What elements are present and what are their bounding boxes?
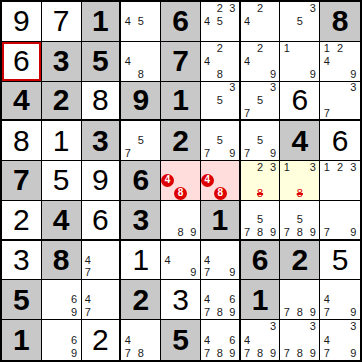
candidate-slot-9: 9 bbox=[306, 306, 319, 319]
candidate-digit: 9 bbox=[270, 227, 276, 238]
candidate-slot-3: 3 bbox=[306, 2, 319, 15]
candidate-digit: 4 bbox=[204, 255, 210, 266]
candidate-slot-2 bbox=[134, 121, 147, 134]
candidate-slot-6 bbox=[347, 94, 360, 107]
candidate-slot-6 bbox=[347, 55, 360, 68]
candidate-digit: 4 bbox=[244, 335, 250, 346]
candidate-slot-3 bbox=[147, 121, 160, 134]
candidate-slot-7 bbox=[280, 187, 293, 200]
given-digit: 6 bbox=[132, 165, 149, 195]
candidate-slot-5 bbox=[333, 333, 346, 346]
cell-r9c3[interactable]: 2 bbox=[82, 320, 122, 360]
cell-r8c9[interactable]: 479 bbox=[320, 280, 360, 320]
candidate-slot-4 bbox=[320, 174, 333, 187]
candidate-slot-6 bbox=[267, 174, 280, 187]
candidate-digit: 4 bbox=[204, 294, 210, 305]
candidate-slot-7: 7 bbox=[280, 306, 293, 319]
candidate-slot-8: 8 bbox=[214, 187, 227, 200]
candidate-slot-7: 7 bbox=[320, 107, 333, 120]
candidate-digit: 5 bbox=[297, 214, 303, 225]
candidate-slot-6 bbox=[187, 254, 200, 267]
cell-r5c2[interactable]: 5 bbox=[42, 161, 82, 201]
candidate-slot-5 bbox=[293, 55, 306, 68]
cell-r7c8[interactable]: 2 bbox=[280, 241, 320, 281]
candidate-slot-2 bbox=[134, 320, 147, 333]
candidate-slot-4 bbox=[42, 293, 55, 306]
candidate-slot-2: 2 bbox=[254, 42, 267, 55]
candidate-slot-6 bbox=[267, 94, 280, 107]
candidate-slot-9 bbox=[306, 28, 319, 41]
cell-r3c9[interactable]: 37 bbox=[320, 82, 360, 122]
solved-digit: 8 bbox=[92, 85, 109, 115]
candidate-slot-8 bbox=[55, 347, 68, 360]
candidate-slot-7 bbox=[201, 68, 214, 81]
cell-r6c2[interactable]: 4 bbox=[42, 201, 82, 241]
cell-r2c5[interactable]: 7 bbox=[161, 42, 201, 82]
candidate-digit: 1 bbox=[324, 43, 330, 54]
candidate-slot-1 bbox=[42, 280, 55, 293]
candidates: 79 bbox=[320, 201, 360, 239]
cell-r1c5[interactable]: 6 bbox=[161, 2, 201, 42]
cell-r2c3[interactable]: 5 bbox=[82, 42, 122, 82]
cell-r4c1[interactable]: 8 bbox=[2, 121, 42, 161]
candidate-slot-4: 4 bbox=[82, 254, 95, 267]
candidate-slot-3 bbox=[68, 280, 81, 293]
candidates: 138 bbox=[280, 161, 319, 200]
candidate-slot-8 bbox=[254, 28, 267, 41]
candidate-slot-8 bbox=[174, 267, 187, 280]
candidate-digit: 1 bbox=[284, 162, 290, 173]
given-digit: 3 bbox=[92, 126, 109, 156]
candidate-slot-9 bbox=[226, 68, 239, 81]
cell-r4c3[interactable]: 3 bbox=[82, 121, 122, 161]
given-digit: 8 bbox=[53, 245, 70, 275]
candidate-slot-7: 7 bbox=[201, 347, 214, 360]
cell-r4c8[interactable]: 4 bbox=[280, 121, 320, 161]
cell-r9c9[interactable]: 3479 bbox=[320, 320, 360, 360]
candidates: 45 bbox=[121, 2, 160, 41]
candidate-slot-3 bbox=[347, 280, 360, 293]
cell-r3c4[interactable]: 9 bbox=[121, 82, 161, 122]
candidate-slot-5 bbox=[213, 293, 226, 306]
cell-r8c8[interactable]: 789 bbox=[280, 280, 320, 320]
cell-r3c5[interactable]: 1 bbox=[161, 82, 201, 122]
candidate-slot-9: 9 bbox=[187, 226, 200, 239]
candidate-slot-9: 9 bbox=[187, 267, 200, 280]
candidate-slot-2 bbox=[55, 320, 68, 333]
candidate-digit: 4 bbox=[324, 294, 330, 305]
candidate-slot-4 bbox=[42, 333, 55, 346]
candidate-slot-9: 9 bbox=[347, 68, 360, 81]
candidate-slot-5 bbox=[293, 333, 306, 346]
cell-r1c6[interactable]: 2345 bbox=[201, 2, 241, 42]
candidate-slot-5: 5 bbox=[134, 15, 147, 28]
candidate-digit: 7 bbox=[244, 108, 250, 119]
cell-r9c5[interactable]: 5 bbox=[161, 320, 201, 360]
candidate-slot-4: 4 bbox=[320, 333, 333, 346]
candidate-digit: 5 bbox=[297, 16, 303, 27]
candidate-slot-9: 9 bbox=[226, 267, 239, 280]
cell-r1c9[interactable]: 8 bbox=[320, 2, 360, 42]
candidate-digit: 4 bbox=[85, 294, 91, 305]
candidate-slot-2 bbox=[213, 82, 226, 95]
cell-r1c3[interactable]: 1 bbox=[82, 2, 122, 42]
cell-r2c6[interactable]: 248 bbox=[201, 42, 241, 82]
candidate-slot-3 bbox=[107, 280, 120, 293]
candidate-slot-1 bbox=[280, 320, 293, 333]
candidate-slot-3: 3 bbox=[267, 320, 280, 333]
candidate-slot-2 bbox=[293, 2, 306, 15]
cell-r1c8[interactable]: 35 bbox=[280, 2, 320, 42]
given-digit: 6 bbox=[252, 245, 269, 275]
cell-r2c2[interactable]: 3 bbox=[42, 42, 82, 82]
candidate-slot-4 bbox=[241, 213, 254, 226]
candidate-digit: 6 bbox=[229, 294, 235, 305]
candidate-slot-1 bbox=[121, 42, 134, 55]
candidate-slot-9 bbox=[267, 28, 280, 41]
candidate-digit: 8 bbox=[138, 69, 144, 80]
cell-r9c1[interactable]: 1 bbox=[2, 320, 42, 360]
candidates: 579 bbox=[201, 121, 239, 160]
candidate-digit: 5 bbox=[257, 214, 263, 225]
candidate-slot-2 bbox=[134, 2, 147, 15]
candidate-digit: 7 bbox=[125, 148, 131, 159]
candidate-digit: 9 bbox=[71, 307, 77, 318]
cell-r8c1[interactable]: 5 bbox=[2, 280, 42, 320]
candidates: 357 bbox=[241, 82, 280, 120]
candidates: 5789 bbox=[241, 201, 280, 239]
given-digit: 8 bbox=[332, 6, 349, 36]
cell-r7c5[interactable]: 49 bbox=[161, 241, 201, 281]
candidate-slot-1 bbox=[201, 241, 214, 254]
cell-r9c4[interactable]: 478 bbox=[121, 320, 161, 360]
candidate-slot-6 bbox=[187, 213, 200, 226]
cell-r7c3[interactable]: 47 bbox=[82, 241, 122, 281]
candidate-slot-9: 9 bbox=[267, 226, 280, 239]
candidates: 48 bbox=[201, 161, 239, 200]
candidate-digit: 4 bbox=[165, 255, 171, 266]
candidate-slot-5 bbox=[94, 293, 107, 306]
candidate-slot-1 bbox=[201, 320, 214, 333]
candidate-digit: 6 bbox=[71, 335, 77, 346]
cell-r8c7[interactable]: 1 bbox=[241, 280, 281, 320]
given-digit: 5 bbox=[92, 46, 109, 76]
candidates: 19 bbox=[280, 42, 319, 81]
cell-r1c4[interactable]: 45 bbox=[121, 2, 161, 42]
candidate-slot-4 bbox=[280, 293, 293, 306]
cell-r7c9[interactable]: 5 bbox=[320, 241, 360, 281]
candidate-digit: 8 bbox=[297, 348, 303, 359]
candidate-slot-8: 8 bbox=[254, 187, 267, 200]
candidate-slot-8 bbox=[254, 147, 267, 160]
candidate-digit: 8 bbox=[217, 69, 223, 80]
candidate-slot-9 bbox=[226, 28, 239, 41]
candidate-slot-2 bbox=[94, 280, 107, 293]
candidates: 69 bbox=[42, 280, 81, 319]
candidate-slot-4: 4 bbox=[121, 333, 134, 346]
cell-r4c9[interactable]: 6 bbox=[320, 121, 360, 161]
cell-r1c1[interactable]: 9 bbox=[2, 2, 42, 42]
cell-r5c5[interactable]: 48 bbox=[161, 161, 201, 201]
candidate-slot-1 bbox=[201, 280, 214, 293]
candidate-slot-7 bbox=[121, 28, 134, 41]
solved-digit: 9 bbox=[92, 165, 109, 195]
candidate-slot-2: 2 bbox=[213, 42, 226, 55]
candidate-digit: 3 bbox=[350, 82, 356, 93]
candidate-slot-9: 9 bbox=[267, 347, 280, 360]
candidate-slot-1 bbox=[201, 121, 214, 134]
candidate-digit: 7 bbox=[244, 227, 250, 238]
cell-r3c7[interactable]: 357 bbox=[241, 82, 281, 122]
candidate-slot-9: 9 bbox=[306, 347, 319, 360]
given-digit: 2 bbox=[172, 126, 189, 156]
candidate-slot-2 bbox=[94, 241, 107, 254]
candidate-digit: 2 bbox=[337, 162, 343, 173]
cell-r4c5[interactable]: 2 bbox=[161, 121, 201, 161]
candidate-slot-3: 3 bbox=[347, 161, 360, 174]
solved-digit: 1 bbox=[53, 126, 70, 156]
cell-r3c1[interactable]: 4 bbox=[2, 82, 42, 122]
cell-r9c6[interactable]: 46789 bbox=[201, 320, 241, 360]
given-digit: 1 bbox=[92, 6, 109, 36]
candidate-slot-8 bbox=[55, 306, 68, 319]
candidate-slot-5: 5 bbox=[254, 134, 267, 147]
candidate-slot-7: 7 bbox=[241, 347, 254, 360]
candidate-slot-6 bbox=[306, 174, 319, 187]
cell-r1c2[interactable]: 7 bbox=[42, 2, 82, 42]
cell-r6c4[interactable]: 3 bbox=[121, 201, 161, 241]
candidate-slot-6 bbox=[267, 134, 280, 147]
candidate-slot-4 bbox=[241, 94, 254, 107]
candidate-slot-6 bbox=[306, 293, 319, 306]
cell-r2c7[interactable]: 249 bbox=[241, 42, 281, 82]
candidate-slot-1 bbox=[280, 280, 293, 293]
candidate-slot-2 bbox=[213, 241, 226, 254]
cell-r8c2[interactable]: 69 bbox=[42, 280, 82, 320]
candidate-slot-7 bbox=[280, 68, 293, 81]
candidate-slot-6 bbox=[267, 333, 280, 346]
candidate-slot-3 bbox=[187, 161, 200, 174]
candidate-slot-1 bbox=[241, 121, 254, 134]
cell-r2c9[interactable]: 1249 bbox=[320, 42, 360, 82]
candidate-slot-3 bbox=[226, 241, 239, 254]
sudoku-board: 9714562345243586354872482491912494289135… bbox=[0, 0, 362, 362]
candidate-slot-5 bbox=[174, 174, 187, 187]
candidates: 35 bbox=[280, 2, 319, 41]
cell-r7c7[interactable]: 6 bbox=[241, 241, 281, 281]
candidate-slot-7: 7 bbox=[82, 267, 95, 280]
candidate-slot-1 bbox=[161, 201, 174, 214]
candidate-slot-6 bbox=[306, 333, 319, 346]
candidate-slot-5 bbox=[134, 333, 147, 346]
candidate-slot-1 bbox=[280, 2, 293, 15]
cell-r8c6[interactable]: 46789 bbox=[201, 280, 241, 320]
candidate-slot-6 bbox=[267, 213, 280, 226]
candidate-digit: 3 bbox=[270, 82, 276, 93]
candidate-digit: 7 bbox=[324, 227, 330, 238]
candidate-digit: 9 bbox=[229, 148, 235, 159]
candidate-slot-5 bbox=[333, 213, 346, 226]
candidate-slot-6 bbox=[226, 55, 239, 68]
candidate-slot-5 bbox=[254, 333, 267, 346]
candidate-slot-8: 8 bbox=[293, 226, 306, 239]
candidate-slot-4: 4 bbox=[320, 55, 333, 68]
candidate-slot-4 bbox=[280, 333, 293, 346]
candidate-digit: 7 bbox=[244, 348, 250, 359]
candidate-slot-8: 8 bbox=[293, 347, 306, 360]
cell-r5c1[interactable]: 7 bbox=[2, 161, 42, 201]
cell-r5c7[interactable]: 238 bbox=[241, 161, 281, 201]
cell-r5c8[interactable]: 138 bbox=[280, 161, 320, 201]
candidates: 3479 bbox=[320, 320, 360, 360]
candidate-circled: 4 bbox=[201, 174, 214, 187]
cell-r3c6[interactable]: 35 bbox=[201, 82, 241, 122]
candidate-digit: 7 bbox=[204, 267, 210, 278]
candidate-slot-9 bbox=[347, 187, 360, 200]
cell-r6c8[interactable]: 5789 bbox=[280, 201, 320, 241]
candidate-slot-9 bbox=[306, 187, 319, 200]
candidates: 69 bbox=[42, 320, 81, 360]
cell-r5c4[interactable]: 6 bbox=[121, 161, 161, 201]
candidate-slot-3 bbox=[267, 121, 280, 134]
given-digit: 4 bbox=[13, 85, 30, 115]
candidate-slot-7: 7 bbox=[201, 306, 214, 319]
solved-digit: 6 bbox=[13, 46, 30, 76]
candidate-digit: 3 bbox=[310, 321, 316, 332]
candidate-slot-1 bbox=[161, 241, 174, 254]
candidate-digit: 2 bbox=[257, 3, 263, 14]
given-digit: 2 bbox=[132, 285, 149, 315]
candidate-digit: 9 bbox=[270, 348, 276, 359]
candidate-slot-3: 3 bbox=[306, 320, 319, 333]
candidate-slot-2 bbox=[293, 280, 306, 293]
candidate-slot-2: 2 bbox=[333, 161, 346, 174]
candidate-digit: 5 bbox=[257, 135, 263, 146]
candidate-slot-5 bbox=[254, 15, 267, 28]
candidate-slot-9: 9 bbox=[68, 306, 81, 319]
candidates: 3789 bbox=[280, 320, 319, 360]
candidate-slot-3 bbox=[226, 320, 239, 333]
cell-r7c2[interactable]: 8 bbox=[42, 241, 82, 281]
candidate-digit: 5 bbox=[138, 135, 144, 146]
candidate-slot-1 bbox=[241, 2, 254, 15]
candidate-slot-4 bbox=[161, 213, 174, 226]
given-digit: 4 bbox=[53, 205, 70, 235]
candidates: 46789 bbox=[201, 320, 239, 360]
candidate-slot-8 bbox=[254, 68, 267, 81]
cell-r6c7[interactable]: 5789 bbox=[241, 201, 281, 241]
cell-r6c6[interactable]: 1 bbox=[201, 201, 241, 241]
candidate-slot-7 bbox=[161, 226, 174, 239]
candidate-slot-7 bbox=[241, 28, 254, 41]
candidate-slot-2: 2 bbox=[213, 2, 226, 15]
cell-r5c9[interactable]: 123 bbox=[320, 161, 360, 201]
candidate-slot-2 bbox=[293, 161, 306, 174]
candidates: 238 bbox=[241, 161, 280, 200]
given-digit: 2 bbox=[291, 245, 308, 275]
candidate-digit: 1 bbox=[324, 162, 330, 173]
cell-r7c1[interactable]: 3 bbox=[2, 241, 42, 281]
cell-r2c4[interactable]: 48 bbox=[121, 42, 161, 82]
cell-r6c5[interactable]: 89 bbox=[161, 201, 201, 241]
cell-r6c9[interactable]: 79 bbox=[320, 201, 360, 241]
cell-r8c5[interactable]: 3 bbox=[161, 280, 201, 320]
cell-r4c2[interactable]: 1 bbox=[42, 121, 82, 161]
candidate-digit: 4 bbox=[85, 255, 91, 266]
candidate-slot-6 bbox=[226, 15, 239, 28]
candidate-slot-6 bbox=[226, 254, 239, 267]
candidate-slot-3: 3 bbox=[347, 82, 360, 95]
cell-r9c7[interactable]: 34789 bbox=[241, 320, 281, 360]
candidate-slot-3: 3 bbox=[226, 2, 239, 15]
candidate-digit: 6 bbox=[71, 294, 77, 305]
cell-r8c3[interactable]: 47 bbox=[82, 280, 122, 320]
given-digit: 7 bbox=[13, 165, 30, 195]
candidate-slot-9: 9 bbox=[226, 147, 239, 160]
candidate-slot-7: 7 bbox=[241, 107, 254, 120]
candidate-slot-3 bbox=[347, 42, 360, 55]
candidate-slot-4 bbox=[241, 174, 254, 187]
cell-r7c4[interactable]: 1 bbox=[121, 241, 161, 281]
candidate-digit: 9 bbox=[350, 348, 356, 359]
candidate-digit: 4 bbox=[244, 56, 250, 67]
cell-r6c1[interactable]: 2 bbox=[2, 201, 42, 241]
candidate-slot-1 bbox=[320, 280, 333, 293]
candidate-digit: 9 bbox=[229, 348, 235, 359]
candidate-slot-5 bbox=[333, 94, 346, 107]
candidate-digit: 3 bbox=[270, 321, 276, 332]
candidate-slot-9: 9 bbox=[306, 226, 319, 239]
candidate-digit: 7 bbox=[204, 307, 210, 318]
candidate-slot-7 bbox=[241, 187, 254, 200]
candidate-digit: 8 bbox=[297, 307, 303, 318]
candidate-digit: 6 bbox=[229, 335, 235, 346]
candidate-slot-9: 9 bbox=[347, 306, 360, 319]
cell-r4c6[interactable]: 579 bbox=[201, 121, 241, 161]
given-digit: 1 bbox=[172, 85, 189, 115]
selected-cell-r2c1[interactable]: 6 bbox=[2, 42, 42, 82]
cell-r5c6[interactable]: 48 bbox=[201, 161, 241, 201]
cell-r3c2[interactable]: 2 bbox=[42, 82, 82, 122]
cell-r4c7[interactable]: 579 bbox=[241, 121, 281, 161]
cell-r6c3[interactable]: 6 bbox=[82, 201, 122, 241]
candidate-digit: 9 bbox=[310, 307, 316, 318]
cell-r4c4[interactable]: 57 bbox=[121, 121, 161, 161]
cell-r9c8[interactable]: 3789 bbox=[280, 320, 320, 360]
cell-r9c2[interactable]: 69 bbox=[42, 320, 82, 360]
solved-digit: 6 bbox=[291, 85, 308, 115]
given-digit: 5 bbox=[172, 325, 189, 355]
cell-r3c8[interactable]: 6 bbox=[280, 82, 320, 122]
candidate-slot-8 bbox=[333, 107, 346, 120]
cell-r5c3[interactable]: 9 bbox=[82, 161, 122, 201]
cell-r3c3[interactable]: 8 bbox=[82, 82, 122, 122]
candidate-eliminated: 8 bbox=[295, 188, 305, 199]
candidate-slot-4: 4 bbox=[121, 55, 134, 68]
candidates: 789 bbox=[280, 280, 319, 319]
cell-r1c7[interactable]: 24 bbox=[241, 2, 281, 42]
candidate-slot-8: 8 bbox=[213, 347, 226, 360]
cell-r2c8[interactable]: 19 bbox=[280, 42, 320, 82]
candidate-slot-6 bbox=[147, 134, 160, 147]
cell-r8c4[interactable]: 2 bbox=[121, 280, 161, 320]
cell-r7c6[interactable]: 479 bbox=[201, 241, 241, 281]
candidates: 249 bbox=[241, 42, 280, 81]
candidate-slot-3 bbox=[267, 201, 280, 214]
candidate-slot-4 bbox=[280, 174, 293, 187]
candidate-slot-2 bbox=[55, 280, 68, 293]
candidate-digit: 3 bbox=[229, 3, 235, 14]
